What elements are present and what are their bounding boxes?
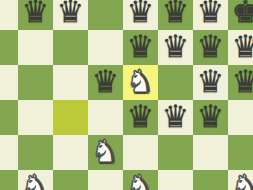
square-r2c1[interactable]: [18, 65, 53, 100]
square-r3c2[interactable]: [53, 100, 88, 135]
square-r5c4[interactable]: ♞: [123, 170, 158, 190]
square-r1c1[interactable]: [18, 30, 53, 65]
black-queen[interactable]: ♛: [22, 0, 50, 29]
white-knight[interactable]: ♞: [127, 64, 155, 99]
square-r2c3[interactable]: ♛: [88, 65, 123, 100]
square-r2c4[interactable]: ♞: [123, 65, 158, 100]
black-queen[interactable]: ♛: [127, 0, 155, 29]
square-r5c1[interactable]: ♞: [18, 170, 53, 190]
square-r3c4[interactable]: ♛: [123, 100, 158, 135]
square-r1c3[interactable]: [88, 30, 123, 65]
square-r2c0[interactable]: [0, 65, 18, 100]
square-r0c2[interactable]: ♛: [53, 0, 88, 30]
black-queen[interactable]: ♛: [197, 0, 225, 29]
black-queen[interactable]: ♛: [92, 64, 120, 99]
square-r2c6[interactable]: ♛: [193, 65, 228, 100]
square-r2c2[interactable]: [53, 65, 88, 100]
white-knight[interactable]: ♞: [92, 134, 120, 169]
square-r1c2[interactable]: [53, 30, 88, 65]
square-r4c3[interactable]: ♞: [88, 135, 123, 170]
square-r3c6[interactable]: ♛: [193, 100, 228, 135]
square-r5c7[interactable]: ♞: [228, 170, 253, 190]
square-r0c1[interactable]: ♛: [18, 0, 53, 30]
square-r5c3[interactable]: [88, 170, 123, 190]
square-r2c7[interactable]: ♛: [228, 65, 253, 100]
black-queen[interactable]: ♛: [197, 29, 225, 64]
black-queen[interactable]: ♛: [162, 0, 190, 29]
black-king[interactable]: ♚: [232, 0, 253, 29]
white-knight[interactable]: ♞: [232, 169, 253, 190]
square-r5c2[interactable]: [53, 170, 88, 190]
square-r2c5[interactable]: [158, 65, 193, 100]
square-r3c1[interactable]: [18, 100, 53, 135]
square-r4c1[interactable]: [18, 135, 53, 170]
square-r0c6[interactable]: ♛: [193, 0, 228, 30]
black-queen[interactable]: ♛: [232, 64, 253, 99]
black-queen[interactable]: ♛: [127, 99, 155, 134]
chess-board: ♛♛♛♛♛♚♛♛♛♛♛♞♛♛♛♛♛♞♞♞♞: [0, 0, 253, 190]
square-r1c5[interactable]: ♛: [158, 30, 193, 65]
square-r1c7[interactable]: ♛: [228, 30, 253, 65]
square-r5c6[interactable]: [193, 170, 228, 190]
square-r5c5[interactable]: [158, 170, 193, 190]
black-queen[interactable]: ♛: [127, 29, 155, 64]
black-queen[interactable]: ♛: [197, 99, 225, 134]
square-r4c7[interactable]: [228, 135, 253, 170]
white-knight[interactable]: ♞: [127, 169, 155, 190]
chess-board-viewport: ♛♛♛♛♛♚♛♛♛♛♛♞♛♛♛♛♛♞♞♞♞: [0, 0, 253, 190]
square-r0c0[interactable]: [0, 0, 18, 30]
square-r3c7[interactable]: [228, 100, 253, 135]
black-queen[interactable]: ♛: [162, 99, 190, 134]
white-knight[interactable]: ♞: [22, 169, 50, 190]
square-r4c6[interactable]: [193, 135, 228, 170]
square-r0c5[interactable]: ♛: [158, 0, 193, 30]
square-r1c0[interactable]: [0, 30, 18, 65]
square-r3c3[interactable]: [88, 100, 123, 135]
square-r0c4[interactable]: ♛: [123, 0, 158, 30]
square-r1c4[interactable]: ♛: [123, 30, 158, 65]
square-r5c0[interactable]: [0, 170, 18, 190]
black-queen[interactable]: ♛: [162, 29, 190, 64]
square-r4c4[interactable]: [123, 135, 158, 170]
square-r4c5[interactable]: [158, 135, 193, 170]
square-r0c7[interactable]: ♚: [228, 0, 253, 30]
square-r0c3[interactable]: [88, 0, 123, 30]
black-queen[interactable]: ♛: [57, 0, 85, 29]
square-r1c6[interactable]: ♛: [193, 30, 228, 65]
square-r4c0[interactable]: [0, 135, 18, 170]
square-r3c0[interactable]: [0, 100, 18, 135]
square-r3c5[interactable]: ♛: [158, 100, 193, 135]
black-queen[interactable]: ♛: [197, 64, 225, 99]
black-queen[interactable]: ♛: [232, 29, 253, 64]
square-r4c2[interactable]: [53, 135, 88, 170]
